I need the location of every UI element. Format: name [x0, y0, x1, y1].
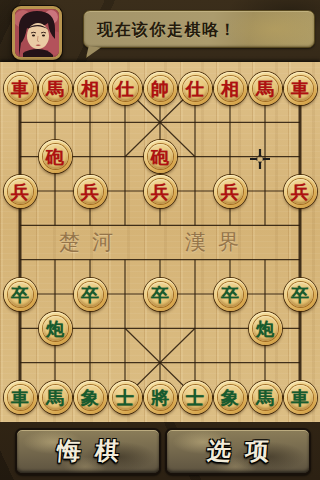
piece-black-馬[interactable]: 馬	[39, 381, 72, 414]
piece-red-馬[interactable]: 馬	[39, 72, 72, 105]
piece-label: 士	[179, 381, 212, 414]
piece-label: 卒	[4, 278, 37, 311]
piece-red-兵[interactable]: 兵	[214, 175, 247, 208]
woman-portrait-icon	[15, 9, 59, 57]
piece-label: 兵	[4, 175, 37, 208]
piece-label: 車	[4, 381, 37, 414]
piece-red-帥[interactable]: 帥	[144, 72, 177, 105]
xiangqi-board[interactable]: 楚河 漢界 車馬相仕帥仕相馬車砲砲兵兵兵兵兵卒卒卒卒卒炮炮車馬象士將士象馬車	[0, 62, 320, 422]
piece-red-兵[interactable]: 兵	[4, 175, 37, 208]
piece-label: 將	[144, 381, 177, 414]
options-label: 选项	[192, 430, 285, 471]
piece-label: 車	[284, 72, 317, 105]
piece-black-象[interactable]: 象	[214, 381, 247, 414]
piece-black-卒[interactable]: 卒	[284, 278, 317, 311]
piece-black-象[interactable]: 象	[74, 381, 107, 414]
piece-label: 卒	[74, 278, 107, 311]
piece-black-士[interactable]: 士	[179, 381, 212, 414]
piece-label: 士	[109, 381, 142, 414]
piece-label: 兵	[144, 175, 177, 208]
piece-label: 馬	[39, 381, 72, 414]
piece-black-車[interactable]: 車	[4, 381, 37, 414]
top-bar: 现在该你走棋咯！	[0, 0, 320, 62]
piece-red-車[interactable]: 車	[4, 72, 37, 105]
piece-label: 相	[74, 72, 107, 105]
crosshair-cursor-icon	[249, 148, 271, 170]
piece-red-砲[interactable]: 砲	[39, 140, 72, 173]
piece-label: 仕	[109, 72, 142, 105]
piece-label: 砲	[144, 140, 177, 173]
opponent-avatar	[12, 6, 62, 60]
undo-move-button[interactable]: 悔棋	[15, 428, 161, 475]
bottom-bar: 悔棋 选项	[0, 422, 320, 480]
piece-red-兵[interactable]: 兵	[284, 175, 317, 208]
piece-black-炮[interactable]: 炮	[39, 312, 72, 345]
piece-label: 相	[214, 72, 247, 105]
river-label-han-jie: 漢界	[152, 228, 278, 256]
piece-black-卒[interactable]: 卒	[4, 278, 37, 311]
piece-black-卒[interactable]: 卒	[74, 278, 107, 311]
piece-label: 卒	[144, 278, 177, 311]
piece-black-馬[interactable]: 馬	[249, 381, 282, 414]
piece-label: 兵	[214, 175, 247, 208]
piece-black-炮[interactable]: 炮	[249, 312, 282, 345]
piece-red-相[interactable]: 相	[214, 72, 247, 105]
piece-label: 馬	[249, 72, 282, 105]
piece-red-相[interactable]: 相	[74, 72, 107, 105]
message-bubble: 现在该你走棋咯！	[83, 10, 315, 48]
piece-label: 砲	[39, 140, 72, 173]
undo-move-label: 悔棋	[42, 430, 135, 471]
piece-black-卒[interactable]: 卒	[144, 278, 177, 311]
piece-label: 車	[4, 72, 37, 105]
turn-message: 现在该你走棋咯！	[97, 11, 237, 47]
piece-black-卒[interactable]: 卒	[214, 278, 247, 311]
piece-red-仕[interactable]: 仕	[179, 72, 212, 105]
piece-label: 兵	[74, 175, 107, 208]
options-button[interactable]: 选项	[165, 428, 311, 475]
piece-label: 車	[284, 381, 317, 414]
piece-label: 仕	[179, 72, 212, 105]
piece-red-兵[interactable]: 兵	[144, 175, 177, 208]
piece-black-士[interactable]: 士	[109, 381, 142, 414]
piece-label: 象	[214, 381, 247, 414]
piece-label: 帥	[144, 72, 177, 105]
piece-label: 卒	[214, 278, 247, 311]
piece-black-車[interactable]: 車	[284, 381, 317, 414]
piece-red-兵[interactable]: 兵	[74, 175, 107, 208]
piece-red-馬[interactable]: 馬	[249, 72, 282, 105]
piece-label: 卒	[284, 278, 317, 311]
piece-label: 馬	[249, 381, 282, 414]
app-screen: 现在该你走棋咯！	[0, 0, 320, 480]
piece-label: 炮	[39, 312, 72, 345]
piece-red-車[interactable]: 車	[284, 72, 317, 105]
piece-red-砲[interactable]: 砲	[144, 140, 177, 173]
river-label-chu-he: 楚河	[32, 228, 152, 256]
piece-label: 象	[74, 381, 107, 414]
piece-label: 兵	[284, 175, 317, 208]
piece-label: 馬	[39, 72, 72, 105]
piece-black-將[interactable]: 將	[144, 381, 177, 414]
piece-label: 炮	[249, 312, 282, 345]
piece-red-仕[interactable]: 仕	[109, 72, 142, 105]
